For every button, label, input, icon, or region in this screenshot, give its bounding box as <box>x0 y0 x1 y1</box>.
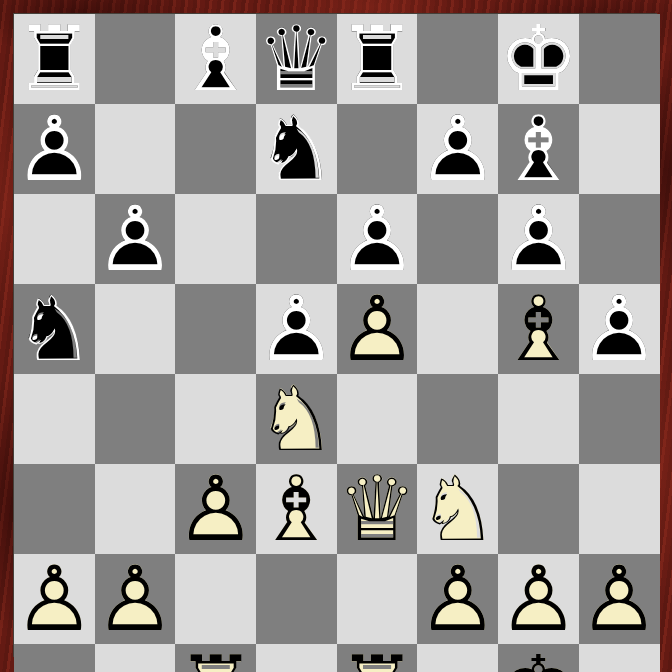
white-pawn[interactable]: ♟♙ <box>95 554 176 644</box>
square-c8[interactable]: ♝♗ <box>175 14 256 104</box>
square-d8[interactable]: ♛♕ <box>256 14 337 104</box>
white-pawn-glyph: ♟ <box>579 554 660 644</box>
square-f1[interactable] <box>417 644 498 672</box>
square-b6[interactable]: ♟♙ <box>95 194 176 284</box>
white-knight-detail-lines: ♘ <box>417 464 498 554</box>
black-king-glyph: ♚ <box>498 14 579 104</box>
square-b4[interactable] <box>95 374 176 464</box>
square-f3[interactable]: ♞♘ <box>417 464 498 554</box>
black-bishop-glyph: ♝ <box>498 104 579 194</box>
square-h3[interactable] <box>579 464 660 554</box>
black-queen-glyph: ♛ <box>256 14 337 104</box>
white-pawn[interactable]: ♟♙ <box>14 554 95 644</box>
black-rook-glyph: ♜ <box>14 14 95 104</box>
square-b7[interactable] <box>95 104 176 194</box>
white-knight[interactable]: ♞♘ <box>417 464 498 554</box>
square-d7[interactable]: ♞♘ <box>256 104 337 194</box>
black-pawn-detail-lines: ♙ <box>256 284 337 374</box>
white-knight-detail-lines: ♘ <box>256 374 337 464</box>
black-pawn[interactable]: ♟♙ <box>14 104 95 194</box>
black-pawn-detail-lines: ♙ <box>95 194 176 284</box>
black-knight-detail-lines: ♘ <box>256 104 337 194</box>
black-knight-detail-lines: ♘ <box>14 284 95 374</box>
white-pawn-detail-lines: ♙ <box>175 464 256 554</box>
black-pawn[interactable]: ♟♙ <box>417 104 498 194</box>
square-f6[interactable] <box>417 194 498 284</box>
white-bishop[interactable]: ♝♗ <box>498 284 579 374</box>
square-e2[interactable] <box>337 554 418 644</box>
white-queen[interactable]: ♛♕ <box>337 464 418 554</box>
square-d2[interactable] <box>256 554 337 644</box>
square-d3[interactable]: ♝♗ <box>256 464 337 554</box>
square-h4[interactable] <box>579 374 660 464</box>
white-pawn[interactable]: ♟♙ <box>175 464 256 554</box>
black-pawn[interactable]: ♟♙ <box>95 194 176 284</box>
square-a1[interactable] <box>14 644 95 672</box>
black-rook[interactable]: ♜♖ <box>14 14 95 104</box>
square-c6[interactable] <box>175 194 256 284</box>
black-knight[interactable]: ♞♘ <box>256 104 337 194</box>
white-king[interactable]: ♚♔ <box>498 644 579 672</box>
square-a8[interactable]: ♜♖ <box>14 14 95 104</box>
white-pawn-glyph: ♟ <box>175 464 256 554</box>
black-pawn-detail-lines: ♙ <box>579 284 660 374</box>
white-pawn-detail-lines: ♙ <box>417 554 498 644</box>
black-queen[interactable]: ♛♕ <box>256 14 337 104</box>
white-queen-glyph: ♛ <box>337 464 418 554</box>
white-pawn-glyph: ♟ <box>95 554 176 644</box>
square-a7[interactable]: ♟♙ <box>14 104 95 194</box>
square-b3[interactable] <box>95 464 176 554</box>
square-f4[interactable] <box>417 374 498 464</box>
white-pawn-glyph: ♟ <box>14 554 95 644</box>
board-frame: ♜♖♝♗♛♕♜♖♚♔♟♙♞♘♟♙♝♗♟♙♟♙♟♙♞♘♟♙♟♙♝♗♟♙♞♘♟♙♝♗… <box>0 0 672 672</box>
square-b2[interactable]: ♟♙ <box>95 554 176 644</box>
white-bishop-detail-lines: ♗ <box>498 284 579 374</box>
black-king[interactable]: ♚♔ <box>498 14 579 104</box>
black-bishop-detail-lines: ♗ <box>498 104 579 194</box>
black-rook-detail-lines: ♖ <box>14 14 95 104</box>
square-e6[interactable]: ♟♙ <box>337 194 418 284</box>
square-c4[interactable] <box>175 374 256 464</box>
black-pawn[interactable]: ♟♙ <box>256 284 337 374</box>
square-h1[interactable] <box>579 644 660 672</box>
white-bishop-detail-lines: ♗ <box>256 464 337 554</box>
square-a2[interactable]: ♟♙ <box>14 554 95 644</box>
white-knight-glyph: ♞ <box>417 464 498 554</box>
square-e7[interactable] <box>337 104 418 194</box>
white-pawn-detail-lines: ♙ <box>95 554 176 644</box>
white-queen-detail-lines: ♕ <box>337 464 418 554</box>
black-bishop-glyph: ♝ <box>175 14 256 104</box>
square-f5[interactable] <box>417 284 498 374</box>
square-e8[interactable]: ♜♖ <box>337 14 418 104</box>
square-h6[interactable] <box>579 194 660 284</box>
white-knight-glyph: ♞ <box>256 374 337 464</box>
black-bishop-detail-lines: ♗ <box>175 14 256 104</box>
square-g4[interactable] <box>498 374 579 464</box>
square-d6[interactable] <box>256 194 337 284</box>
black-pawn-glyph: ♟ <box>337 194 418 284</box>
square-d4[interactable]: ♞♘ <box>256 374 337 464</box>
black-pawn-glyph: ♟ <box>498 194 579 284</box>
white-bishop-glyph: ♝ <box>498 284 579 374</box>
square-g6[interactable]: ♟♙ <box>498 194 579 284</box>
black-pawn-glyph: ♟ <box>14 104 95 194</box>
white-pawn-detail-lines: ♙ <box>579 554 660 644</box>
white-pawn-detail-lines: ♙ <box>498 554 579 644</box>
square-g1[interactable]: ♚♔ <box>498 644 579 672</box>
square-c1[interactable]: ♜♖ <box>175 644 256 672</box>
black-bishop[interactable]: ♝♗ <box>498 104 579 194</box>
square-g5[interactable]: ♝♗ <box>498 284 579 374</box>
square-h5[interactable]: ♟♙ <box>579 284 660 374</box>
square-g2[interactable]: ♟♙ <box>498 554 579 644</box>
square-a6[interactable] <box>14 194 95 284</box>
white-bishop-glyph: ♝ <box>256 464 337 554</box>
white-pawn-glyph: ♟ <box>337 284 418 374</box>
white-pawn-detail-lines: ♙ <box>337 284 418 374</box>
black-pawn-detail-lines: ♙ <box>14 104 95 194</box>
black-rook[interactable]: ♜♖ <box>337 14 418 104</box>
square-c2[interactable] <box>175 554 256 644</box>
square-h2[interactable]: ♟♙ <box>579 554 660 644</box>
white-king-glyph: ♚ <box>498 644 579 672</box>
white-pawn[interactable]: ♟♙ <box>337 284 418 374</box>
black-pawn-glyph: ♟ <box>256 284 337 374</box>
black-queen-detail-lines: ♕ <box>256 14 337 104</box>
black-bishop[interactable]: ♝♗ <box>175 14 256 104</box>
white-rook[interactable]: ♜♖ <box>337 644 418 672</box>
square-c5[interactable] <box>175 284 256 374</box>
white-king-detail-lines: ♔ <box>498 644 579 672</box>
black-pawn[interactable]: ♟♙ <box>337 194 418 284</box>
white-rook-glyph: ♜ <box>175 644 256 672</box>
square-b5[interactable] <box>95 284 176 374</box>
square-e3[interactable]: ♛♕ <box>337 464 418 554</box>
white-pawn[interactable]: ♟♙ <box>417 554 498 644</box>
white-pawn-detail-lines: ♙ <box>14 554 95 644</box>
black-pawn-detail-lines: ♙ <box>337 194 418 284</box>
white-rook-detail-lines: ♖ <box>337 644 418 672</box>
square-c7[interactable] <box>175 104 256 194</box>
black-pawn[interactable]: ♟♙ <box>498 194 579 284</box>
square-g7[interactable]: ♝♗ <box>498 104 579 194</box>
black-king-detail-lines: ♔ <box>498 14 579 104</box>
black-rook-detail-lines: ♖ <box>337 14 418 104</box>
square-a3[interactable] <box>14 464 95 554</box>
black-pawn-detail-lines: ♙ <box>498 194 579 284</box>
black-pawn-glyph: ♟ <box>579 284 660 374</box>
white-rook[interactable]: ♜♖ <box>175 644 256 672</box>
black-pawn-detail-lines: ♙ <box>417 104 498 194</box>
black-pawn[interactable]: ♟♙ <box>579 284 660 374</box>
square-e5[interactable]: ♟♙ <box>337 284 418 374</box>
square-b1[interactable] <box>95 644 176 672</box>
square-g8[interactable]: ♚♔ <box>498 14 579 104</box>
white-rook-glyph: ♜ <box>337 644 418 672</box>
square-h7[interactable] <box>579 104 660 194</box>
square-e4[interactable] <box>337 374 418 464</box>
black-knight[interactable]: ♞♘ <box>14 284 95 374</box>
black-rook-glyph: ♜ <box>337 14 418 104</box>
white-knight[interactable]: ♞♘ <box>256 374 337 464</box>
chess-board: ♜♖♝♗♛♕♜♖♚♔♟♙♞♘♟♙♝♗♟♙♟♙♟♙♞♘♟♙♟♙♝♗♟♙♞♘♟♙♝♗… <box>14 14 658 658</box>
white-rook-detail-lines: ♖ <box>175 644 256 672</box>
square-h8[interactable] <box>579 14 660 104</box>
square-f7[interactable]: ♟♙ <box>417 104 498 194</box>
white-pawn[interactable]: ♟♙ <box>498 554 579 644</box>
black-knight-glyph: ♞ <box>14 284 95 374</box>
square-a5[interactable]: ♞♘ <box>14 284 95 374</box>
square-d5[interactable]: ♟♙ <box>256 284 337 374</box>
square-f8[interactable] <box>417 14 498 104</box>
square-e1[interactable]: ♜♖ <box>337 644 418 672</box>
square-c3[interactable]: ♟♙ <box>175 464 256 554</box>
square-a4[interactable] <box>14 374 95 464</box>
square-g3[interactable] <box>498 464 579 554</box>
square-b8[interactable] <box>95 14 176 104</box>
white-bishop[interactable]: ♝♗ <box>256 464 337 554</box>
square-f2[interactable]: ♟♙ <box>417 554 498 644</box>
white-pawn[interactable]: ♟♙ <box>579 554 660 644</box>
white-pawn-glyph: ♟ <box>417 554 498 644</box>
black-pawn-glyph: ♟ <box>95 194 176 284</box>
square-d1[interactable] <box>256 644 337 672</box>
black-knight-glyph: ♞ <box>256 104 337 194</box>
white-pawn-glyph: ♟ <box>498 554 579 644</box>
black-pawn-glyph: ♟ <box>417 104 498 194</box>
